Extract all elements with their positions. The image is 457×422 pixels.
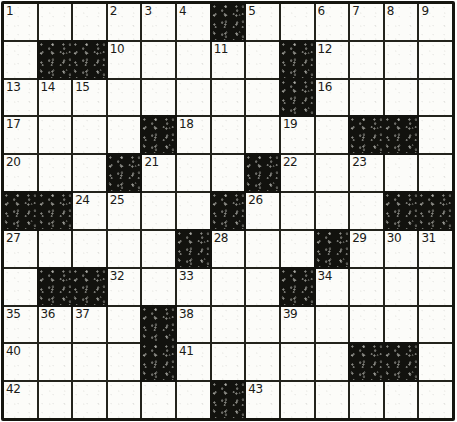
cell-r6c5[interactable] [142,193,175,229]
cell-r7c5[interactable] [142,231,175,267]
cell-r5c5[interactable]: 21 [142,155,175,191]
cell-r3c6[interactable] [177,80,210,116]
cell-r4c12-black [385,117,418,153]
cell-r10c2[interactable] [39,344,72,380]
cell-r6c4[interactable]: 25 [108,193,141,229]
cell-r9c12[interactable] [385,307,418,343]
cell-r2c10[interactable]: 12 [316,42,349,78]
clue-number-10: 10 [110,42,124,57]
clue-number-31: 31 [421,231,435,246]
cell-r3c3[interactable]: 15 [73,80,106,116]
clue-number-23: 23 [352,155,366,170]
clue-number-5: 5 [248,4,255,19]
cell-r10c1[interactable]: 40 [4,344,37,380]
cell-r4c9[interactable]: 19 [281,117,314,153]
clue-number-26: 26 [248,193,262,208]
clue-number-17: 17 [6,117,20,132]
cell-r5c7[interactable] [212,155,245,191]
cell-r11c1[interactable]: 42 [4,382,37,418]
clue-number-12: 12 [318,42,332,57]
cell-r3c5[interactable] [142,80,175,116]
cell-r8c11[interactable] [350,269,383,305]
clue-number-9: 9 [421,4,428,19]
cell-r9c7[interactable] [212,307,245,343]
cell-r10c8[interactable] [246,344,279,380]
cell-r7c8[interactable] [246,231,279,267]
cell-r10c9[interactable] [281,344,314,380]
cell-r2c3-black [73,42,106,78]
cell-r2c13[interactable] [419,42,452,78]
cell-r8c10[interactable]: 34 [316,269,349,305]
cell-r5c8-black [246,155,279,191]
cell-r5c1[interactable]: 20 [4,155,37,191]
cell-r1c3[interactable] [73,4,106,40]
cell-r9c11[interactable] [350,307,383,343]
cell-r6c8[interactable]: 26 [246,193,279,229]
cell-r1c5[interactable]: 3 [142,4,175,40]
cell-r3c7[interactable] [212,80,245,116]
cell-r4c6[interactable]: 18 [177,117,210,153]
cell-r3c12[interactable] [385,80,418,116]
clue-number-28: 28 [214,231,228,246]
cell-r10c13[interactable] [419,344,452,380]
cell-r6c6[interactable] [177,193,210,229]
clue-number-35: 35 [6,307,20,322]
cell-r9c1[interactable]: 35 [4,307,37,343]
cell-r9c10[interactable] [316,307,349,343]
cell-r6c12-black [385,193,418,229]
clue-number-24: 24 [75,193,89,208]
cell-r2c12[interactable] [385,42,418,78]
clue-number-3: 3 [144,4,151,19]
cell-r7c9[interactable] [281,231,314,267]
cell-r11c3[interactable] [73,382,106,418]
cell-r4c10[interactable] [316,117,349,153]
cell-r10c5-black [142,344,175,380]
cell-r6c10[interactable] [316,193,349,229]
cell-r3c11[interactable] [350,80,383,116]
cell-r1c6[interactable]: 4 [177,4,210,40]
clue-number-30: 30 [387,231,401,246]
cell-r6c9[interactable] [281,193,314,229]
cell-r7c4[interactable] [108,231,141,267]
cell-r1c7-black [212,4,245,40]
cell-r4c1[interactable]: 17 [4,117,37,153]
cell-r4c3[interactable] [73,117,106,153]
clue-number-4: 4 [179,4,186,19]
clue-number-1: 1 [6,4,13,19]
crossword-grid: 1234567891011121314151617181920212223242… [1,1,455,421]
clue-number-43: 43 [248,382,262,397]
cell-r7c1[interactable]: 27 [4,231,37,267]
cell-r10c3[interactable] [73,344,106,380]
clue-number-40: 40 [6,344,20,359]
cell-r3c4[interactable] [108,80,141,116]
clue-number-15: 15 [75,80,89,95]
cell-r11c2[interactable] [39,382,72,418]
cell-r11c10[interactable] [316,382,349,418]
cell-r11c11[interactable] [350,382,383,418]
clue-number-27: 27 [6,231,20,246]
cell-r10c12-black [385,344,418,380]
cell-r3c9-black [281,80,314,116]
cell-r1c4[interactable]: 2 [108,4,141,40]
cell-r6c11[interactable] [350,193,383,229]
cell-r1c10[interactable]: 6 [316,4,349,40]
cell-r8c7[interactable] [212,269,245,305]
cell-r8c6[interactable]: 33 [177,269,210,305]
clue-number-21: 21 [144,155,158,170]
cell-r2c5[interactable] [142,42,175,78]
cell-r2c2-black [39,42,72,78]
cell-r9c13[interactable] [419,307,452,343]
cell-r2c1[interactable] [4,42,37,78]
cell-r5c3[interactable] [73,155,106,191]
cell-r4c4[interactable] [108,117,141,153]
cell-r2c9-black [281,42,314,78]
cell-r3c10[interactable]: 16 [316,80,349,116]
cell-r5c4-black [108,155,141,191]
cell-r2c4[interactable]: 10 [108,42,141,78]
clue-number-42: 42 [6,382,20,397]
cell-r4c11-black [350,117,383,153]
cell-r6c1-black [4,193,37,229]
cell-r5c9[interactable]: 22 [281,155,314,191]
cell-r11c9[interactable] [281,382,314,418]
cell-r1c1[interactable]: 1 [4,4,37,40]
clue-number-34: 34 [318,269,332,284]
clue-number-2: 2 [110,4,117,19]
cell-r9c8[interactable] [246,307,279,343]
cell-r1c9[interactable] [281,4,314,40]
clue-number-22: 22 [283,155,297,170]
clue-number-39: 39 [283,307,297,322]
cell-r1c11[interactable]: 7 [350,4,383,40]
cell-r4c7[interactable] [212,117,245,153]
clue-number-25: 25 [110,193,124,208]
cell-r11c7-black [212,382,245,418]
cell-r8c5[interactable] [142,269,175,305]
cell-r7c2[interactable] [39,231,72,267]
clue-number-19: 19 [283,117,297,132]
clue-number-11: 11 [214,42,228,57]
cell-r9c4[interactable] [108,307,141,343]
cell-r11c13[interactable] [419,382,452,418]
clue-number-14: 14 [41,80,55,95]
clue-number-29: 29 [352,231,366,246]
cell-r11c8[interactable]: 43 [246,382,279,418]
cell-r5c6[interactable] [177,155,210,191]
cell-r7c6-black [177,231,210,267]
cell-r9c6[interactable]: 38 [177,307,210,343]
cell-r8c4[interactable]: 32 [108,269,141,305]
cell-r11c6[interactable] [177,382,210,418]
clue-number-36: 36 [41,307,55,322]
clue-number-8: 8 [387,4,394,19]
clue-number-20: 20 [6,155,20,170]
cell-r10c7[interactable] [212,344,245,380]
cell-r8c2-black [39,269,72,305]
cell-r3c8[interactable] [246,80,279,116]
cell-r6c3[interactable]: 24 [73,193,106,229]
clue-number-7: 7 [352,4,359,19]
cell-r10c11-black [350,344,383,380]
clue-number-13: 13 [6,80,20,95]
cell-r7c3[interactable] [73,231,106,267]
cell-r5c10[interactable] [316,155,349,191]
cell-r9c3[interactable]: 37 [73,307,106,343]
cell-r11c4[interactable] [108,382,141,418]
cell-r2c11[interactable] [350,42,383,78]
cell-r5c13[interactable] [419,155,452,191]
cell-r3c13[interactable] [419,80,452,116]
cell-r7c10-black [316,231,349,267]
cell-r6c13-black [419,193,452,229]
cell-r4c8[interactable] [246,117,279,153]
cell-r1c2[interactable] [39,4,72,40]
cell-r9c2[interactable]: 36 [39,307,72,343]
cell-r7c13[interactable]: 31 [419,231,452,267]
cell-r5c2[interactable] [39,155,72,191]
cell-r7c11[interactable]: 29 [350,231,383,267]
clue-number-33: 33 [179,269,193,284]
cell-r10c4[interactable] [108,344,141,380]
cell-r8c1[interactable] [4,269,37,305]
cell-r4c13[interactable] [419,117,452,153]
clue-number-18: 18 [179,117,193,132]
clue-number-32: 32 [110,269,124,284]
cell-r4c2[interactable] [39,117,72,153]
cell-r10c6[interactable]: 41 [177,344,210,380]
cell-r1c13[interactable]: 9 [419,4,452,40]
cell-r5c12[interactable] [385,155,418,191]
cell-r2c7[interactable]: 11 [212,42,245,78]
cell-r9c9[interactable]: 39 [281,307,314,343]
cell-r2c8[interactable] [246,42,279,78]
cell-r8c12[interactable] [385,269,418,305]
cell-r11c5[interactable] [142,382,175,418]
clue-number-38: 38 [179,307,193,322]
cell-r3c1[interactable]: 13 [4,80,37,116]
cell-r9c5-black [142,307,175,343]
cell-r7c7[interactable]: 28 [212,231,245,267]
cell-r6c2-black [39,193,72,229]
cell-r4c5-black [142,117,175,153]
cell-r8c13[interactable] [419,269,452,305]
clue-number-41: 41 [179,344,193,359]
cell-r3c2[interactable]: 14 [39,80,72,116]
cell-r5c11[interactable]: 23 [350,155,383,191]
cell-r8c8[interactable] [246,269,279,305]
cell-r8c3-black [73,269,106,305]
clue-number-37: 37 [75,307,89,322]
cell-r6c7-black [212,193,245,229]
cell-r2c6[interactable] [177,42,210,78]
clue-number-16: 16 [318,80,332,95]
clue-number-6: 6 [318,4,325,19]
cell-r7c12[interactable]: 30 [385,231,418,267]
cell-r10c10[interactable] [316,344,349,380]
cell-r1c8[interactable]: 5 [246,4,279,40]
scanned-crossword-page: 1234567891011121314151617181920212223242… [0,0,457,422]
cell-r8c9-black [281,269,314,305]
cell-r1c12[interactable]: 8 [385,4,418,40]
cell-r11c12[interactable] [385,382,418,418]
